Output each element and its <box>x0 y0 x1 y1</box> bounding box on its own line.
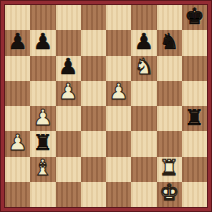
square-h1[interactable] <box>182 182 207 207</box>
white-pawn-c5[interactable]: ♟ <box>58 81 78 103</box>
square-e7[interactable] <box>106 30 131 55</box>
square-a8[interactable] <box>5 5 30 30</box>
square-a1[interactable] <box>5 182 30 207</box>
square-f4[interactable] <box>131 106 156 131</box>
square-f1[interactable] <box>131 182 156 207</box>
square-c3[interactable] <box>56 131 81 156</box>
square-a5[interactable] <box>5 81 30 106</box>
square-c1[interactable] <box>56 182 81 207</box>
square-h6[interactable] <box>182 56 207 81</box>
chess-board: ♚♟♟♟♞♟♞♟♟♟♜♟♜♝♜♚ <box>5 5 207 207</box>
square-b4[interactable]: ♟ <box>30 106 55 131</box>
square-e6[interactable] <box>106 56 131 81</box>
black-pawn-f7[interactable]: ♟ <box>134 31 154 53</box>
black-rook-h4[interactable]: ♜ <box>185 107 205 129</box>
square-e4[interactable] <box>106 106 131 131</box>
square-g8[interactable] <box>157 5 182 30</box>
square-c6[interactable]: ♟ <box>56 56 81 81</box>
square-e3[interactable] <box>106 131 131 156</box>
black-king-h8[interactable]: ♚ <box>185 6 205 28</box>
black-pawn-b7[interactable]: ♟ <box>33 31 53 53</box>
square-d6[interactable] <box>81 56 106 81</box>
square-b2[interactable]: ♝ <box>30 157 55 182</box>
square-d7[interactable] <box>81 30 106 55</box>
square-d5[interactable] <box>81 81 106 106</box>
square-f2[interactable] <box>131 157 156 182</box>
white-pawn-b4[interactable]: ♟ <box>33 107 53 129</box>
square-b3[interactable]: ♜ <box>30 131 55 156</box>
black-rook-b3[interactable]: ♜ <box>33 132 53 154</box>
square-f6[interactable]: ♞ <box>131 56 156 81</box>
square-b5[interactable] <box>30 81 55 106</box>
square-f5[interactable] <box>131 81 156 106</box>
square-b6[interactable] <box>30 56 55 81</box>
square-b7[interactable]: ♟ <box>30 30 55 55</box>
square-d4[interactable] <box>81 106 106 131</box>
square-a2[interactable] <box>5 157 30 182</box>
white-pawn-a3[interactable]: ♟ <box>8 132 28 154</box>
square-e1[interactable] <box>106 182 131 207</box>
square-d8[interactable] <box>81 5 106 30</box>
square-f7[interactable]: ♟ <box>131 30 156 55</box>
black-knight-g7[interactable]: ♞ <box>159 31 179 53</box>
square-g6[interactable] <box>157 56 182 81</box>
square-a4[interactable] <box>5 106 30 131</box>
square-g1[interactable]: ♚ <box>157 182 182 207</box>
square-d2[interactable] <box>81 157 106 182</box>
white-king-g1[interactable]: ♚ <box>159 182 179 204</box>
black-pawn-c6[interactable]: ♟ <box>58 56 78 78</box>
square-g3[interactable] <box>157 131 182 156</box>
square-f8[interactable] <box>131 5 156 30</box>
square-a3[interactable]: ♟ <box>5 131 30 156</box>
square-b1[interactable] <box>30 182 55 207</box>
white-bishop-b2[interactable]: ♝ <box>33 157 53 179</box>
square-c5[interactable]: ♟ <box>56 81 81 106</box>
square-h8[interactable]: ♚ <box>182 5 207 30</box>
white-pawn-e5[interactable]: ♟ <box>109 81 129 103</box>
square-a6[interactable] <box>5 56 30 81</box>
square-g4[interactable] <box>157 106 182 131</box>
square-h5[interactable] <box>182 81 207 106</box>
square-e2[interactable] <box>106 157 131 182</box>
square-c4[interactable] <box>56 106 81 131</box>
black-pawn-a7[interactable]: ♟ <box>8 31 28 53</box>
square-c8[interactable] <box>56 5 81 30</box>
square-d3[interactable] <box>81 131 106 156</box>
square-a7[interactable]: ♟ <box>5 30 30 55</box>
white-rook-g2[interactable]: ♜ <box>159 157 179 179</box>
square-g5[interactable] <box>157 81 182 106</box>
square-h2[interactable] <box>182 157 207 182</box>
chess-board-frame: ♚♟♟♟♞♟♞♟♟♟♜♟♜♝♜♚ <box>0 0 212 212</box>
square-d1[interactable] <box>81 182 106 207</box>
square-g7[interactable]: ♞ <box>157 30 182 55</box>
square-h4[interactable]: ♜ <box>182 106 207 131</box>
square-h7[interactable] <box>182 30 207 55</box>
square-b8[interactable] <box>30 5 55 30</box>
square-e8[interactable] <box>106 5 131 30</box>
square-g2[interactable]: ♜ <box>157 157 182 182</box>
square-f3[interactable] <box>131 131 156 156</box>
white-knight-f6[interactable]: ♞ <box>134 56 154 78</box>
square-h3[interactable] <box>182 131 207 156</box>
square-e5[interactable]: ♟ <box>106 81 131 106</box>
square-c2[interactable] <box>56 157 81 182</box>
square-c7[interactable] <box>56 30 81 55</box>
